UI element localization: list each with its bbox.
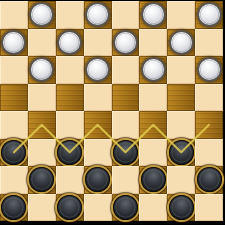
square-g8[interactable]	[167, 1, 195, 29]
board-squares	[0, 1, 223, 221]
white-piece-d6[interactable]	[85, 57, 110, 82]
square-h3[interactable]	[195, 139, 223, 167]
square-f1[interactable]	[139, 194, 167, 222]
black-piece-h2[interactable]	[197, 167, 222, 192]
square-h6[interactable]	[195, 56, 223, 84]
square-a4[interactable]	[0, 111, 28, 139]
square-h7[interactable]	[195, 29, 223, 57]
square-c1[interactable]	[56, 194, 84, 222]
white-piece-b8[interactable]	[29, 2, 54, 27]
black-piece-g1[interactable]	[169, 195, 194, 220]
black-piece-f2[interactable]	[141, 167, 166, 192]
white-piece-f8[interactable]	[141, 2, 166, 27]
square-a1[interactable]	[0, 194, 28, 222]
black-piece-b2[interactable]	[29, 167, 54, 192]
square-g4[interactable]	[167, 111, 195, 139]
square-a8[interactable]	[0, 1, 28, 29]
square-b5[interactable]	[28, 84, 56, 112]
white-piece-f6[interactable]	[141, 57, 166, 82]
black-piece-d2[interactable]	[85, 167, 110, 192]
black-piece-a1[interactable]	[1, 195, 26, 220]
black-piece-g3[interactable]	[169, 140, 194, 165]
square-a5[interactable]	[0, 84, 28, 112]
square-b2[interactable]	[28, 166, 56, 194]
square-e7[interactable]	[112, 29, 140, 57]
square-d5[interactable]	[84, 84, 112, 112]
white-piece-c7[interactable]	[57, 30, 82, 55]
black-piece-c3[interactable]	[57, 140, 82, 165]
square-c2[interactable]	[56, 166, 84, 194]
square-d3[interactable]	[84, 139, 112, 167]
square-g6[interactable]	[167, 56, 195, 84]
square-f5[interactable]	[139, 84, 167, 112]
square-e2[interactable]	[112, 166, 140, 194]
square-a7[interactable]	[0, 29, 28, 57]
square-g1[interactable]	[167, 194, 195, 222]
white-piece-b6[interactable]	[29, 57, 54, 82]
black-piece-c1[interactable]	[57, 195, 82, 220]
square-e8[interactable]	[112, 1, 140, 29]
square-b7[interactable]	[28, 29, 56, 57]
square-h2[interactable]	[195, 166, 223, 194]
square-h8[interactable]	[195, 1, 223, 29]
square-e5[interactable]	[112, 84, 140, 112]
square-a6[interactable]	[0, 56, 28, 84]
square-d1[interactable]	[84, 194, 112, 222]
black-piece-e3[interactable]	[113, 140, 138, 165]
square-d8[interactable]	[84, 1, 112, 29]
square-d2[interactable]	[84, 166, 112, 194]
square-f6[interactable]	[139, 56, 167, 84]
square-b4[interactable]	[28, 111, 56, 139]
checkers-board	[0, 1, 223, 221]
square-g7[interactable]	[167, 29, 195, 57]
white-piece-h6[interactable]	[197, 57, 222, 82]
square-b1[interactable]	[28, 194, 56, 222]
square-d4[interactable]	[84, 111, 112, 139]
square-b6[interactable]	[28, 56, 56, 84]
square-g3[interactable]	[167, 139, 195, 167]
square-f3[interactable]	[139, 139, 167, 167]
white-piece-h8[interactable]	[197, 2, 222, 27]
square-h5[interactable]	[195, 84, 223, 112]
square-a3[interactable]	[0, 139, 28, 167]
white-piece-a7[interactable]	[1, 30, 26, 55]
white-piece-e7[interactable]	[113, 30, 138, 55]
square-c5[interactable]	[56, 84, 84, 112]
white-piece-g7[interactable]	[169, 30, 194, 55]
black-piece-a3[interactable]	[1, 140, 26, 165]
white-piece-d8[interactable]	[85, 2, 110, 27]
square-f4[interactable]	[139, 111, 167, 139]
black-piece-e1[interactable]	[113, 195, 138, 220]
square-c8[interactable]	[56, 1, 84, 29]
square-h1[interactable]	[195, 194, 223, 222]
square-f8[interactable]	[139, 1, 167, 29]
square-b8[interactable]	[28, 1, 56, 29]
square-e6[interactable]	[112, 56, 140, 84]
square-d7[interactable]	[84, 29, 112, 57]
square-b3[interactable]	[28, 139, 56, 167]
square-f2[interactable]	[139, 166, 167, 194]
square-e1[interactable]	[112, 194, 140, 222]
square-a2[interactable]	[0, 166, 28, 194]
square-g2[interactable]	[167, 166, 195, 194]
square-d6[interactable]	[84, 56, 112, 84]
square-g5[interactable]	[167, 84, 195, 112]
square-e4[interactable]	[112, 111, 140, 139]
square-f7[interactable]	[139, 29, 167, 57]
square-c7[interactable]	[56, 29, 84, 57]
square-e3[interactable]	[112, 139, 140, 167]
app-background	[0, 0, 225, 225]
square-h4[interactable]	[195, 111, 223, 139]
square-c6[interactable]	[56, 56, 84, 84]
square-c3[interactable]	[56, 139, 84, 167]
square-c4[interactable]	[56, 111, 84, 139]
